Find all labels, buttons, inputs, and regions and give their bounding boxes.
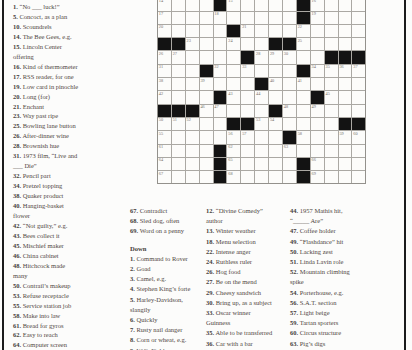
clue-number: 25. bbox=[13, 122, 21, 129]
grid-cell[interactable]: 41 bbox=[297, 78, 310, 90]
grid-cell[interactable]: 47 bbox=[214, 105, 227, 117]
grid-cell[interactable] bbox=[227, 65, 240, 77]
clue-text: Word on a penny bbox=[138, 227, 184, 234]
grid-cell[interactable] bbox=[241, 171, 254, 183]
grid-cell[interactable] bbox=[269, 25, 282, 37]
grid-cell[interactable]: 21 bbox=[241, 25, 254, 37]
grid-cell[interactable]: 14 bbox=[158, 0, 171, 11]
grid-cell[interactable] bbox=[227, 12, 240, 24]
grid-cell[interactable] bbox=[325, 118, 338, 130]
clue: 46. China cabinet bbox=[13, 251, 127, 261]
cell-number: 15 bbox=[228, 0, 232, 3]
clue-text: Ruthless ruler bbox=[214, 258, 252, 265]
cell-number: 44 bbox=[256, 91, 260, 96]
grid-cell[interactable] bbox=[352, 158, 365, 170]
down-clues-column-2: 12. “Divine Comedy” author13. Winter wea… bbox=[206, 206, 294, 350]
grid-cell[interactable] bbox=[172, 131, 185, 143]
grid-cell[interactable]: 36 bbox=[339, 65, 352, 77]
grid-cell[interactable] bbox=[325, 131, 338, 143]
grid-cell[interactable] bbox=[255, 38, 268, 50]
clue-text: 1973 film, “Live and ___ Die” bbox=[13, 152, 77, 169]
grid-cell[interactable] bbox=[200, 171, 213, 183]
grid-cell[interactable] bbox=[200, 12, 213, 24]
grid-cell[interactable]: 32 bbox=[214, 65, 227, 77]
clue-text: Intense anger bbox=[214, 248, 250, 255]
grid-cell[interactable] bbox=[269, 145, 282, 157]
clue-text: Quaker product bbox=[21, 192, 63, 199]
grid-cell[interactable] bbox=[339, 0, 352, 11]
grid-cell[interactable] bbox=[325, 25, 338, 37]
clue: 69. Word on a penny bbox=[130, 226, 207, 236]
grid-cell[interactable] bbox=[172, 12, 185, 24]
grid-cell[interactable]: 53 bbox=[255, 118, 268, 130]
cell-number: 37 bbox=[353, 64, 357, 69]
grid-cell[interactable] bbox=[200, 158, 213, 170]
grid-cell[interactable]: 39 bbox=[200, 78, 213, 90]
grid-cell[interactable]: 31 bbox=[158, 65, 171, 77]
grid-cell[interactable] bbox=[186, 145, 199, 157]
clue: 22. Intense anger bbox=[206, 247, 294, 257]
clue-number: 57. bbox=[290, 309, 298, 316]
grid-cell[interactable] bbox=[186, 51, 199, 63]
clue: 14. The Bee Gees, e.g. bbox=[13, 32, 127, 42]
grid-cell[interactable]: 66 bbox=[311, 158, 324, 170]
grid-cell[interactable]: 34 bbox=[311, 65, 324, 77]
clue-text: Hog food bbox=[214, 268, 240, 275]
grid-cell[interactable]: 59 bbox=[339, 131, 352, 143]
grid-cell[interactable] bbox=[269, 131, 282, 143]
clue-text: Enchant bbox=[21, 103, 44, 110]
clue-text: Hitchcock made many bbox=[13, 262, 65, 279]
grid-cell[interactable]: 65 bbox=[227, 158, 240, 170]
grid-cell[interactable] bbox=[339, 91, 352, 103]
clue-text: Kind of thermometer bbox=[21, 63, 78, 70]
grid-cell[interactable]: 68 bbox=[227, 171, 240, 183]
cell-number: 68 bbox=[228, 171, 232, 176]
grid-cell[interactable]: 26 bbox=[158, 51, 171, 63]
clue-number: 56. bbox=[290, 299, 298, 306]
cell-number: 59 bbox=[339, 131, 343, 136]
clue-number: 42. bbox=[13, 222, 21, 229]
grid-cell[interactable] bbox=[269, 91, 282, 103]
grid-cell[interactable] bbox=[339, 38, 352, 50]
grid-cell[interactable]: 33 bbox=[241, 65, 254, 77]
grid-cell[interactable]: 17 bbox=[158, 12, 171, 24]
grid-cell[interactable] bbox=[325, 145, 338, 157]
clue-number: 53. bbox=[13, 292, 21, 299]
grid-cell[interactable] bbox=[283, 78, 296, 90]
cell-number: 62 bbox=[228, 144, 232, 149]
grid-cell[interactable] bbox=[297, 105, 310, 117]
grid-cell[interactable] bbox=[186, 91, 199, 103]
clue: 21. Enchant bbox=[13, 102, 127, 112]
clue: 47. Coffee holder bbox=[290, 226, 402, 236]
cell-number: 43 bbox=[228, 91, 232, 96]
grid-cell[interactable] bbox=[283, 171, 296, 183]
clue-text: Circus structure bbox=[298, 329, 341, 336]
grid-cell[interactable]: 64 bbox=[158, 158, 171, 170]
grid-cell[interactable]: 18 bbox=[214, 12, 227, 24]
clue-text: Pig’s digs bbox=[298, 340, 325, 347]
grid-cell[interactable]: 37 bbox=[352, 65, 365, 77]
grid-cell[interactable] bbox=[339, 145, 352, 157]
grid-cell[interactable] bbox=[214, 51, 227, 63]
clue-text: Computer screen symbol bbox=[13, 341, 67, 350]
clue-text: Goad bbox=[135, 265, 151, 272]
grid-cell[interactable] bbox=[172, 158, 185, 170]
cell-number: 23 bbox=[187, 38, 191, 43]
grid-cell[interactable] bbox=[325, 158, 338, 170]
clue-number: 17. bbox=[13, 73, 21, 80]
grid-cell[interactable]: 42 bbox=[158, 91, 171, 103]
grid-cell[interactable] bbox=[325, 171, 338, 183]
grid-cell[interactable]: 16 bbox=[311, 0, 324, 11]
cell-number: 36 bbox=[339, 64, 343, 69]
grid-cell[interactable] bbox=[172, 25, 185, 37]
grid-cell[interactable]: 50 bbox=[158, 118, 171, 130]
grid-cell[interactable]: 55 bbox=[158, 131, 171, 143]
grid-cell[interactable] bbox=[241, 78, 254, 90]
grid-cell[interactable] bbox=[186, 171, 199, 183]
grid-cell[interactable]: 24 bbox=[227, 38, 240, 50]
cell-number: 66 bbox=[312, 157, 316, 162]
crossword-grid: 1234567891011121314151617181920212223242… bbox=[157, 0, 366, 184]
grid-cell[interactable] bbox=[352, 145, 365, 157]
grid-cell[interactable]: 40 bbox=[269, 78, 282, 90]
grid-cell[interactable] bbox=[241, 145, 254, 157]
clue: 10. Scoundrels bbox=[13, 22, 127, 32]
grid-cell[interactable]: 51 bbox=[172, 118, 185, 130]
grid-cell[interactable] bbox=[297, 145, 310, 157]
grid-cell[interactable]: 44 bbox=[255, 91, 268, 103]
grid-cell[interactable] bbox=[325, 38, 338, 50]
clue-text: 1957 Mathis hit, “_____ Are” bbox=[290, 207, 343, 224]
grid-cell[interactable] bbox=[283, 65, 296, 77]
grid-cell[interactable]: 69 bbox=[311, 171, 324, 183]
grid-cell[interactable] bbox=[186, 78, 199, 90]
grid-cell[interactable] bbox=[352, 91, 365, 103]
grid-cell[interactable]: 15 bbox=[227, 0, 240, 11]
grid-cell[interactable] bbox=[311, 51, 324, 63]
grid-cell[interactable] bbox=[214, 118, 227, 130]
grid-cell[interactable]: 22 bbox=[297, 25, 310, 37]
grid-cell[interactable] bbox=[200, 51, 213, 63]
clue-number: 38. bbox=[13, 192, 21, 199]
grid-cell[interactable] bbox=[255, 145, 268, 157]
clue-text: “No ___ luck!” bbox=[18, 3, 60, 10]
cell-number: 67 bbox=[159, 171, 163, 176]
grid-cell[interactable] bbox=[339, 25, 352, 37]
clue-number: 33. bbox=[206, 309, 214, 316]
grid-cell[interactable] bbox=[255, 25, 268, 37]
grid-cell[interactable] bbox=[241, 105, 254, 117]
grid-cell[interactable] bbox=[311, 78, 324, 90]
clue-text: Low card in pinochle bbox=[21, 83, 78, 90]
grid-cell[interactable] bbox=[352, 12, 365, 24]
grid-cell[interactable] bbox=[241, 12, 254, 24]
grid-cell[interactable]: 38 bbox=[158, 78, 171, 90]
grid-cell[interactable]: 25 bbox=[297, 38, 310, 50]
grid-cell[interactable]: 20 bbox=[158, 25, 171, 37]
grid-cell-black bbox=[352, 51, 365, 63]
grid-cell[interactable] bbox=[172, 91, 185, 103]
grid-cell[interactable] bbox=[255, 12, 268, 24]
grid-cell[interactable] bbox=[325, 78, 338, 90]
down-header: Down bbox=[130, 244, 207, 254]
cell-number: 25 bbox=[298, 38, 302, 43]
clue-number: 31. bbox=[13, 152, 21, 159]
grid-cell[interactable]: 30 bbox=[283, 51, 296, 63]
grid-cell[interactable]: 54 bbox=[269, 118, 282, 130]
grid-cell[interactable] bbox=[255, 158, 268, 170]
clue-text: Quickly bbox=[135, 316, 158, 323]
grid-cell[interactable]: 49 bbox=[311, 105, 324, 117]
cell-number: 33 bbox=[242, 64, 246, 69]
clue-number: 61. bbox=[13, 322, 21, 329]
cell-number: 30 bbox=[284, 51, 288, 56]
clue-number: 16. bbox=[13, 63, 21, 70]
clue-number: 55. bbox=[13, 302, 21, 309]
grid-cell[interactable] bbox=[339, 158, 352, 170]
grid-cell[interactable]: 62 bbox=[227, 145, 240, 157]
grid-cell[interactable] bbox=[297, 51, 310, 63]
grid-cell[interactable]: 60 bbox=[352, 131, 365, 143]
grid-cell-black bbox=[172, 38, 185, 50]
page-border-right bbox=[404, 0, 406, 350]
grid-cell[interactable]: 57 bbox=[241, 131, 254, 143]
grid-cell[interactable]: 45 bbox=[325, 91, 338, 103]
clue: 6. Quickly bbox=[130, 315, 207, 325]
cell-number: 16 bbox=[312, 0, 316, 3]
grid-cell[interactable] bbox=[172, 65, 185, 77]
grid-cell[interactable] bbox=[214, 131, 227, 143]
clue-number: 10. bbox=[13, 23, 21, 30]
clue: 40. Hanging-basket flower bbox=[13, 201, 127, 221]
grid-cell[interactable] bbox=[269, 171, 282, 183]
grid-cell-black bbox=[352, 118, 365, 130]
grid-cell[interactable] bbox=[255, 171, 268, 183]
grid-cell[interactable]: 43 bbox=[227, 91, 240, 103]
grid-cell[interactable] bbox=[186, 158, 199, 170]
grid-cell[interactable] bbox=[255, 0, 268, 11]
grid-cell[interactable] bbox=[297, 118, 310, 130]
clue: 15. Lincoln Center offering bbox=[13, 42, 127, 62]
cell-number: 61 bbox=[159, 144, 163, 149]
clue-text: Winter weather bbox=[214, 227, 256, 234]
grid-cell[interactable] bbox=[186, 25, 199, 37]
grid-cell[interactable] bbox=[227, 51, 240, 63]
clue-number: 23. bbox=[13, 112, 21, 119]
grid-cell[interactable]: 58 bbox=[297, 131, 310, 143]
clue-number: 14. bbox=[13, 33, 21, 40]
cell-number: 49 bbox=[312, 104, 316, 109]
clue-number: 26. bbox=[13, 132, 21, 139]
clue: 1. “No ___ luck!” bbox=[13, 2, 127, 12]
cell-number: 41 bbox=[298, 78, 302, 83]
grid-cell[interactable] bbox=[339, 171, 352, 183]
clue-text: Light beige bbox=[298, 309, 329, 316]
grid-cell[interactable]: 23 bbox=[186, 38, 199, 50]
grid-cell[interactable] bbox=[311, 145, 324, 157]
grid-cell[interactable] bbox=[311, 118, 324, 130]
grid-cell[interactable] bbox=[283, 91, 296, 103]
grid-cell[interactable] bbox=[269, 0, 282, 11]
grid-cell[interactable] bbox=[325, 12, 338, 24]
grid-cell-black bbox=[172, 105, 185, 117]
grid-cell[interactable] bbox=[172, 145, 185, 157]
grid-cell[interactable] bbox=[255, 105, 268, 117]
clue-text: RSS reader, for one bbox=[21, 73, 74, 80]
clue: 13. Winter weather bbox=[206, 226, 294, 236]
clue-number: 40. bbox=[13, 202, 21, 209]
clue-number: 67. bbox=[130, 207, 138, 214]
grid-cell[interactable] bbox=[283, 25, 296, 37]
grid-cell[interactable] bbox=[172, 0, 185, 11]
grid-cell[interactable]: 29 bbox=[269, 51, 282, 63]
grid-cell[interactable] bbox=[255, 65, 268, 77]
grid-cell[interactable] bbox=[214, 25, 227, 37]
grid-cell[interactable] bbox=[269, 158, 282, 170]
grid-cell[interactable] bbox=[352, 171, 365, 183]
clue-number: 24. bbox=[206, 258, 214, 265]
cell-number: 26 bbox=[159, 51, 163, 56]
grid-cell-black bbox=[214, 91, 227, 103]
grid-cell[interactable] bbox=[255, 131, 268, 143]
grid-cell[interactable] bbox=[214, 78, 227, 90]
grid-cell[interactable] bbox=[283, 12, 296, 24]
clue: 36. Car with a bar bbox=[206, 339, 294, 349]
clue: 54. Porterhouse, e.g. bbox=[290, 288, 402, 298]
grid-cell[interactable]: 52 bbox=[186, 118, 199, 130]
grid-cell[interactable] bbox=[200, 38, 213, 50]
clue-text: Menu selection bbox=[214, 238, 256, 245]
grid-cell[interactable]: 61 bbox=[158, 145, 171, 157]
grid-cell[interactable] bbox=[325, 105, 338, 117]
grid-cell[interactable]: 48 bbox=[283, 105, 296, 117]
grid-cell[interactable] bbox=[311, 131, 324, 143]
grid-cell-black bbox=[158, 38, 171, 50]
grid-cell[interactable] bbox=[283, 0, 296, 11]
clue-number: 64. bbox=[13, 341, 21, 348]
grid-cell[interactable] bbox=[186, 0, 199, 11]
grid-cell[interactable] bbox=[339, 12, 352, 24]
grid-cell[interactable] bbox=[200, 0, 213, 11]
cell-number: 40 bbox=[270, 78, 274, 83]
grid-cell[interactable] bbox=[186, 12, 199, 24]
grid-cell[interactable] bbox=[311, 38, 324, 50]
grid-cell[interactable] bbox=[352, 38, 365, 50]
grid-cell[interactable] bbox=[339, 78, 352, 90]
grid-cell[interactable]: 19 bbox=[311, 12, 324, 24]
cell-number: 32 bbox=[214, 64, 218, 69]
clue-text: Lacking zest bbox=[298, 248, 333, 255]
clue-text: Coffee holder bbox=[298, 227, 335, 234]
clue-text: Be on the mend bbox=[214, 278, 257, 285]
clue-number: 45. bbox=[13, 242, 21, 249]
clue: 53. Refuse receptacle bbox=[13, 291, 127, 301]
clue-text: Porterhouse, e.g. bbox=[298, 289, 343, 296]
clue-text: Easy to reach bbox=[21, 331, 58, 338]
grid-cell[interactable] bbox=[297, 91, 310, 103]
grid-cell[interactable] bbox=[269, 12, 282, 24]
grid-cell[interactable] bbox=[200, 118, 213, 130]
cell-number: 21 bbox=[242, 24, 246, 29]
grid-cell[interactable]: 46 bbox=[200, 105, 213, 117]
grid-cell[interactable] bbox=[186, 65, 199, 77]
clue-text: Linda Lavin role bbox=[298, 258, 343, 265]
grid-cell[interactable] bbox=[241, 0, 254, 11]
clue: 58. Make into law bbox=[13, 311, 127, 321]
cell-number: 34 bbox=[312, 64, 316, 69]
grid-cell[interactable] bbox=[241, 158, 254, 170]
clue-text: Contrail’s makeup bbox=[21, 282, 70, 289]
clue-number: 63. bbox=[290, 340, 298, 347]
clue: 56. S.A.T. section bbox=[290, 298, 402, 308]
clue: 33. Oscar winner Guinness bbox=[206, 308, 294, 328]
grid-cell[interactable] bbox=[339, 105, 352, 117]
grid-cell[interactable] bbox=[186, 131, 199, 143]
grid-cell[interactable] bbox=[227, 105, 240, 117]
grid-cell[interactable] bbox=[200, 145, 213, 157]
clue-number: 58. bbox=[13, 312, 21, 319]
cell-number: 24 bbox=[228, 38, 232, 43]
grid-cell[interactable] bbox=[352, 105, 365, 117]
grid-cell[interactable] bbox=[269, 65, 282, 77]
grid-cell[interactable] bbox=[311, 25, 324, 37]
grid-cell[interactable] bbox=[283, 118, 296, 130]
clue: 5. Harley-Davidson, slangily bbox=[130, 295, 207, 315]
cell-number: 64 bbox=[159, 157, 163, 162]
grid-cell[interactable]: 56 bbox=[227, 131, 240, 143]
grid-cell[interactable] bbox=[172, 171, 185, 183]
grid-cell[interactable] bbox=[283, 158, 296, 170]
clue-number: 34. bbox=[13, 182, 21, 189]
grid-cell-black bbox=[297, 171, 310, 183]
grid-cell[interactable] bbox=[227, 78, 240, 90]
grid-cell[interactable] bbox=[200, 25, 213, 37]
clue: 19. Low card in pinochle bbox=[13, 82, 127, 92]
grid-cell[interactable] bbox=[352, 0, 365, 11]
cell-number: 46 bbox=[200, 104, 204, 109]
grid-cell[interactable] bbox=[172, 78, 185, 90]
clue-text: W.C. Fields persona bbox=[135, 347, 189, 350]
clue-text: Pencil part bbox=[21, 172, 51, 179]
grid-cell[interactable] bbox=[352, 78, 365, 90]
grid-cell[interactable] bbox=[200, 131, 213, 143]
clue: 5. Concoct, as a plan bbox=[13, 12, 127, 22]
grid-cell-black bbox=[241, 118, 254, 130]
cell-number: 27 bbox=[173, 51, 177, 56]
grid-cell[interactable]: 63 bbox=[283, 145, 296, 157]
grid-cell[interactable] bbox=[200, 91, 213, 103]
clue: 45. Mischief maker bbox=[13, 241, 127, 251]
grid-cell[interactable]: 27 bbox=[172, 51, 185, 63]
grid-cell[interactable] bbox=[214, 38, 227, 50]
grid-cell[interactable]: 28 bbox=[255, 51, 268, 63]
grid-cell[interactable]: 67 bbox=[158, 171, 171, 183]
grid-cell[interactable] bbox=[352, 25, 365, 37]
clue: 51. Linda Lavin role bbox=[290, 257, 402, 267]
clue: 49. “Flashdance” hit bbox=[290, 237, 402, 247]
grid-cell[interactable] bbox=[325, 0, 338, 11]
clue: 68. Sled dog, often bbox=[130, 216, 207, 226]
clue: 25. Bowling lane button bbox=[13, 121, 127, 131]
cell-number: 47 bbox=[214, 104, 218, 109]
grid-cell[interactable] bbox=[241, 91, 254, 103]
grid-cell[interactable]: 35 bbox=[325, 65, 338, 77]
grid-cell-black bbox=[339, 118, 352, 130]
grid-cell[interactable] bbox=[241, 38, 254, 50]
